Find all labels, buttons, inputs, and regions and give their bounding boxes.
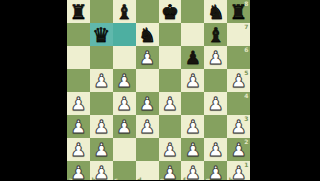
white-pawn[interactable]: ♟ (162, 94, 178, 112)
white-pawn[interactable]: ♟ (93, 140, 109, 158)
screenshot-root: { "game": "chess (horde variant position… (0, 0, 320, 180)
white-pawn[interactable]: ♟ (230, 71, 246, 89)
square-c7[interactable] (113, 23, 136, 46)
white-pawn[interactable]: ♟ (93, 163, 109, 180)
square-f5[interactable]: ♟ (181, 69, 204, 92)
square-d8[interactable] (136, 0, 159, 23)
white-pawn[interactable]: ♟ (230, 117, 246, 135)
square-b4[interactable] (90, 92, 113, 115)
square-g2[interactable]: ♟ (204, 138, 227, 161)
black-knight[interactable]: ♞ (207, 1, 225, 21)
square-c1[interactable]: c (113, 161, 136, 180)
white-pawn[interactable]: ♟ (116, 117, 132, 135)
file-label-d: d (137, 177, 141, 181)
square-a5[interactable] (67, 69, 90, 92)
white-pawn[interactable]: ♟ (162, 163, 178, 180)
square-d4[interactable]: ♟ (136, 92, 159, 115)
white-pawn[interactable]: ♟ (185, 140, 201, 158)
square-g5[interactable] (204, 69, 227, 92)
black-knight[interactable]: ♞ (138, 24, 156, 44)
white-pawn[interactable]: ♟ (70, 94, 86, 112)
square-e1[interactable]: ♟e (159, 161, 182, 180)
square-a7[interactable] (67, 23, 90, 46)
rank-label-4: 4 (244, 93, 248, 99)
square-h7[interactable]: 7 (227, 23, 250, 46)
white-pawn[interactable]: ♟ (185, 71, 201, 89)
square-g3[interactable] (204, 115, 227, 138)
white-pawn[interactable]: ♟ (230, 140, 246, 158)
square-b1[interactable]: ♟b (90, 161, 113, 180)
square-e8[interactable]: ♚ (159, 0, 182, 23)
square-c5[interactable]: ♟ (113, 69, 136, 92)
square-a4[interactable]: ♟ (67, 92, 90, 115)
white-pawn[interactable]: ♟ (139, 94, 155, 112)
white-pawn[interactable]: ♟ (93, 117, 109, 135)
white-pawn[interactable]: ♟ (185, 117, 201, 135)
black-king[interactable]: ♚ (161, 1, 179, 21)
white-pawn[interactable]: ♟ (230, 163, 246, 180)
square-a2[interactable]: ♟ (67, 138, 90, 161)
white-pawn[interactable]: ♟ (208, 140, 224, 158)
square-g8[interactable]: ♞ (204, 0, 227, 23)
square-e3[interactable] (159, 115, 182, 138)
black-rook[interactable]: ♜ (69, 1, 87, 21)
black-pawn[interactable]: ♟ (185, 48, 201, 66)
square-e2[interactable]: ♟ (159, 138, 182, 161)
black-rook[interactable]: ♜ (230, 1, 248, 21)
white-pawn[interactable]: ♟ (93, 71, 109, 89)
square-f8[interactable] (181, 0, 204, 23)
square-f7[interactable] (181, 23, 204, 46)
square-g4[interactable]: ♟ (204, 92, 227, 115)
white-pawn[interactable]: ♟ (208, 94, 224, 112)
square-c3[interactable]: ♟ (113, 115, 136, 138)
square-b2[interactable]: ♟ (90, 138, 113, 161)
square-a3[interactable]: ♟ (67, 115, 90, 138)
square-e5[interactable] (159, 69, 182, 92)
square-h8[interactable]: ♜8 (227, 0, 250, 23)
rank-label-6: 6 (244, 47, 248, 53)
white-pawn[interactable]: ♟ (162, 140, 178, 158)
square-a8[interactable]: ♜ (67, 0, 90, 23)
square-a6[interactable] (67, 46, 90, 69)
chess-board[interactable]: ♜♝♚♞♜8♛♞♝7♟♟♟6♟♟♟♟5♟♟♟♟♟4♟♟♟♟♟♟3♟♟♟♟♟♟2♟… (67, 0, 250, 180)
square-e4[interactable]: ♟ (159, 92, 182, 115)
square-h3[interactable]: ♟3 (227, 115, 250, 138)
white-pawn[interactable]: ♟ (116, 94, 132, 112)
black-queen[interactable]: ♛ (92, 24, 110, 44)
black-bishop[interactable]: ♝ (115, 1, 133, 21)
white-pawn[interactable]: ♟ (70, 140, 86, 158)
square-f1[interactable]: ♟f (181, 161, 204, 180)
square-h1[interactable]: ♟1h (227, 161, 250, 180)
square-h2[interactable]: ♟2 (227, 138, 250, 161)
square-c2[interactable] (113, 138, 136, 161)
white-pawn[interactable]: ♟ (116, 71, 132, 89)
square-h6[interactable]: 6 (227, 46, 250, 69)
square-g1[interactable]: ♟g (204, 161, 227, 180)
square-b3[interactable]: ♟ (90, 115, 113, 138)
white-pawn[interactable]: ♟ (208, 48, 224, 66)
square-b5[interactable]: ♟ (90, 69, 113, 92)
white-pawn[interactable]: ♟ (70, 117, 86, 135)
square-d1[interactable]: d (136, 161, 159, 180)
black-bishop[interactable]: ♝ (207, 24, 225, 44)
square-f4[interactable] (181, 92, 204, 115)
square-c4[interactable]: ♟ (113, 92, 136, 115)
square-d6[interactable]: ♟ (136, 46, 159, 69)
white-pawn[interactable]: ♟ (208, 163, 224, 180)
square-d3[interactable]: ♟ (136, 115, 159, 138)
square-f2[interactable]: ♟ (181, 138, 204, 161)
square-b8[interactable] (90, 0, 113, 23)
square-f6[interactable]: ♟ (181, 46, 204, 69)
square-g7[interactable]: ♝ (204, 23, 227, 46)
white-pawn[interactable]: ♟ (139, 117, 155, 135)
square-b7[interactable]: ♛ (90, 23, 113, 46)
square-a1[interactable]: ♟a (67, 161, 90, 180)
square-c8[interactable]: ♝ (113, 0, 136, 23)
square-d5[interactable] (136, 69, 159, 92)
white-pawn[interactable]: ♟ (185, 163, 201, 180)
square-f3[interactable]: ♟ (181, 115, 204, 138)
white-pawn[interactable]: ♟ (70, 163, 86, 180)
square-e7[interactable] (159, 23, 182, 46)
square-h4[interactable]: 4 (227, 92, 250, 115)
square-d2[interactable] (136, 138, 159, 161)
square-h5[interactable]: ♟5 (227, 69, 250, 92)
white-pawn[interactable]: ♟ (139, 48, 155, 66)
square-b6[interactable] (90, 46, 113, 69)
square-g6[interactable]: ♟ (204, 46, 227, 69)
square-c6[interactable] (113, 46, 136, 69)
square-d7[interactable]: ♞ (136, 23, 159, 46)
file-label-c: c (114, 177, 118, 181)
rank-label-7: 7 (244, 24, 248, 30)
square-e6[interactable] (159, 46, 182, 69)
